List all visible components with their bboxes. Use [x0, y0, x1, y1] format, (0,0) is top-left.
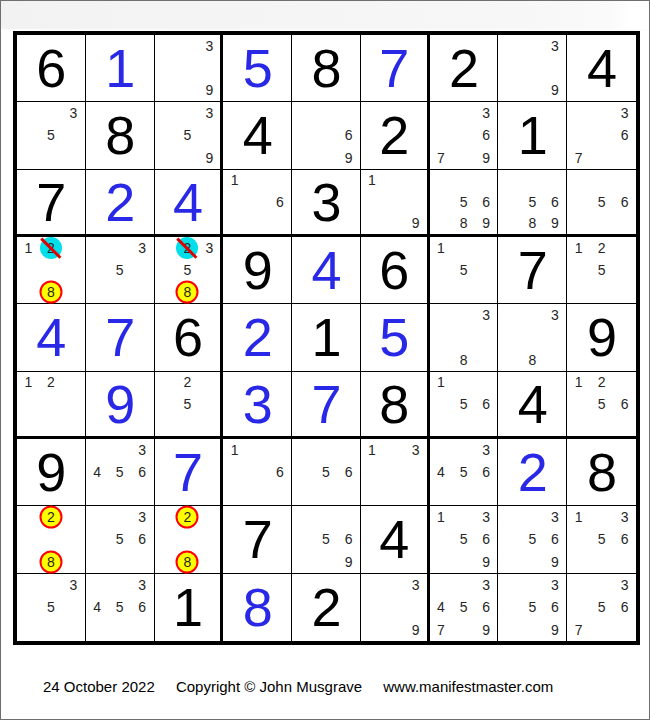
given-digit: 4 — [379, 512, 408, 566]
candidate-9: 9 — [405, 213, 427, 234]
candidate-2: 2 — [590, 237, 613, 259]
given-digit: 8 — [105, 108, 134, 162]
cell-r7c7[interactable]: 3456 — [430, 439, 499, 506]
candidate-3: 3 — [405, 439, 427, 461]
candidate-9: 9 — [337, 551, 360, 573]
cell-r8c8[interactable]: 3569 — [498, 506, 567, 573]
cell-r9c5[interactable]: 2 — [292, 574, 361, 641]
candidate-5: 5 — [176, 259, 198, 281]
footer-website: www.manifestmaster.com — [383, 678, 553, 695]
candidate-3: 3 — [62, 102, 85, 124]
cell-r1c6[interactable]: 7 — [361, 35, 430, 102]
candidate-1: 1 — [430, 372, 453, 393]
candidate-6: 6 — [613, 596, 636, 618]
candidate-5: 5 — [590, 393, 613, 414]
sudoku-board: 6139587239435835946923679136772416319568… — [13, 31, 640, 645]
cell-r8c9[interactable]: 1356 — [567, 506, 636, 573]
cell-r2c1[interactable]: 35 — [17, 102, 86, 169]
cell-r6c7[interactable]: 156 — [430, 372, 499, 439]
footer-date: 24 October 2022 — [43, 678, 155, 695]
candidate-3: 3 — [544, 35, 567, 57]
cell-r2c4[interactable]: 4 — [223, 102, 292, 169]
cell-r9c3[interactable]: 1 — [155, 574, 224, 641]
page: 6139587239435835946923679136772416319568… — [0, 0, 650, 720]
candidate-3: 3 — [131, 574, 154, 596]
candidate-2-highlighted: 2 — [176, 237, 198, 259]
candidate-3: 3 — [198, 35, 220, 57]
candidate-9: 9 — [544, 619, 567, 641]
candidate-5: 5 — [452, 528, 475, 550]
candidate-6: 6 — [475, 528, 498, 550]
given-digit: 3 — [311, 175, 340, 229]
candidate-8-highlighted: 8 — [176, 281, 198, 303]
user-digit: 9 — [105, 377, 134, 431]
cell-r8c2[interactable]: 356 — [86, 506, 155, 573]
candidate-5: 5 — [452, 393, 475, 414]
candidate-5: 5 — [452, 259, 475, 281]
candidate-6: 6 — [613, 191, 636, 212]
cell-r5c8[interactable]: 38 — [498, 304, 567, 371]
candidate-5: 5 — [176, 393, 198, 414]
candidate-3: 3 — [198, 102, 220, 124]
given-digit: 4 — [243, 108, 272, 162]
candidate-1: 1 — [567, 372, 590, 393]
cell-r6c5[interactable]: 7 — [292, 372, 361, 439]
candidate-5: 5 — [521, 528, 544, 550]
cell-r6c3[interactable]: 25 — [155, 372, 224, 439]
candidate-5: 5 — [590, 191, 613, 212]
candidate-3: 3 — [62, 574, 85, 596]
cell-r3c3[interactable]: 4 — [155, 170, 224, 237]
given-digit: 8 — [311, 41, 340, 95]
candidate-9: 9 — [544, 79, 567, 101]
candidate-6: 6 — [544, 528, 567, 550]
user-digit: 7 — [105, 310, 134, 364]
candidate-3: 3 — [131, 439, 154, 461]
cell-r5c5[interactable]: 1 — [292, 304, 361, 371]
cell-r9c4[interactable]: 8 — [223, 574, 292, 641]
candidate-1: 1 — [17, 372, 40, 393]
cell-r4c5[interactable]: 4 — [292, 237, 361, 304]
given-digit: 9 — [587, 310, 616, 364]
cell-r3c2[interactable]: 2 — [86, 170, 155, 237]
cell-r6c8[interactable]: 4 — [498, 372, 567, 439]
given-digit: 7 — [518, 243, 547, 297]
cell-r8c7[interactable]: 13569 — [430, 506, 499, 573]
cell-r8c4[interactable]: 7 — [223, 506, 292, 573]
cell-r5c1[interactable]: 4 — [17, 304, 86, 371]
cell-r5c4[interactable]: 2 — [223, 304, 292, 371]
cell-r9c9[interactable]: 3567 — [567, 574, 636, 641]
cell-r7c9[interactable]: 8 — [567, 439, 636, 506]
cell-r3c6[interactable]: 19 — [361, 170, 430, 237]
candidate-6: 6 — [269, 191, 292, 212]
cell-r4c4[interactable]: 9 — [223, 237, 292, 304]
cell-r9c8[interactable]: 3569 — [498, 574, 567, 641]
candidate-5: 5 — [108, 259, 131, 281]
candidate-3: 3 — [475, 439, 498, 461]
cell-r5c6[interactable]: 5 — [361, 304, 430, 371]
cell-r8c6[interactable]: 4 — [361, 506, 430, 573]
cell-r4c3[interactable]: 2358 — [155, 237, 224, 304]
candidate-8: 8 — [521, 213, 544, 234]
candidate-9: 9 — [544, 551, 567, 573]
candidate-3: 3 — [613, 506, 636, 528]
candidate-3: 3 — [475, 506, 498, 528]
user-digit: 4 — [36, 310, 65, 364]
candidate-9: 9 — [475, 551, 498, 573]
candidate-4: 4 — [86, 596, 109, 618]
candidate-3: 3 — [544, 574, 567, 596]
candidate-8-highlighted: 8 — [40, 281, 63, 303]
cell-r4c9[interactable]: 125 — [567, 237, 636, 304]
candidate-5: 5 — [590, 596, 613, 618]
cell-r7c5[interactable]: 56 — [292, 439, 361, 506]
candidate-1: 1 — [567, 237, 590, 259]
candidate-8-highlighted: 8 — [176, 551, 198, 573]
cell-r9c7[interactable]: 345679 — [430, 574, 499, 641]
candidate-1: 1 — [223, 439, 246, 461]
candidate-9: 9 — [475, 213, 498, 234]
candidate-1: 1 — [430, 237, 453, 259]
user-digit: 3 — [243, 377, 272, 431]
cell-r1c4[interactable]: 5 — [223, 35, 292, 102]
cell-r2c6[interactable]: 2 — [361, 102, 430, 169]
candidate-6: 6 — [131, 461, 154, 483]
given-digit: 6 — [173, 310, 202, 364]
candidate-5: 5 — [452, 596, 475, 618]
cell-r6c4[interactable]: 3 — [223, 372, 292, 439]
candidate-6: 6 — [475, 461, 498, 483]
candidate-1: 1 — [430, 506, 453, 528]
candidate-6: 6 — [544, 596, 567, 618]
candidate-5: 5 — [521, 596, 544, 618]
candidate-5: 5 — [521, 191, 544, 212]
candidate-1: 1 — [361, 170, 383, 191]
given-digit: 4 — [587, 41, 616, 95]
cell-r1c2[interactable]: 1 — [86, 35, 155, 102]
cell-r8c1[interactable]: 28 — [17, 506, 86, 573]
cell-r1c1[interactable]: 6 — [17, 35, 86, 102]
candidate-9: 9 — [475, 147, 498, 169]
cell-r2c9[interactable]: 367 — [567, 102, 636, 169]
candidate-8-highlighted: 8 — [40, 551, 63, 573]
candidate-3: 3 — [544, 506, 567, 528]
cell-r5c7[interactable]: 38 — [430, 304, 499, 371]
cell-r5c9[interactable]: 9 — [567, 304, 636, 371]
given-digit: 7 — [36, 175, 65, 229]
candidate-6: 6 — [337, 528, 360, 550]
cell-r7c3[interactable]: 7 — [155, 439, 224, 506]
candidate-6: 6 — [475, 191, 498, 212]
cell-r4c6[interactable]: 6 — [361, 237, 430, 304]
cell-r1c8[interactable]: 39 — [498, 35, 567, 102]
user-digit: 4 — [311, 243, 340, 297]
cell-r4c7[interactable]: 15 — [430, 237, 499, 304]
candidate-5: 5 — [40, 124, 63, 146]
cell-r3c5[interactable]: 3 — [292, 170, 361, 237]
candidate-1: 1 — [223, 170, 246, 191]
given-digit: 1 — [173, 580, 202, 634]
user-digit: 7 — [173, 445, 202, 499]
candidate-3: 3 — [544, 304, 567, 326]
candidate-6: 6 — [475, 124, 498, 146]
candidate-7: 7 — [567, 619, 590, 641]
candidate-5: 5 — [315, 461, 338, 483]
candidate-6: 6 — [131, 596, 154, 618]
title-bar — [1, 1, 649, 30]
candidate-8: 8 — [452, 213, 475, 234]
candidate-8: 8 — [521, 349, 544, 371]
candidate-5: 5 — [176, 124, 198, 146]
user-digit: 2 — [243, 310, 272, 364]
candidate-6: 6 — [337, 461, 360, 483]
given-digit: 9 — [243, 243, 272, 297]
user-digit: 5 — [379, 310, 408, 364]
candidate-9: 9 — [544, 213, 567, 234]
candidate-5: 5 — [108, 461, 131, 483]
candidate-2-highlighted: 2 — [40, 237, 63, 259]
candidate-3: 3 — [131, 237, 154, 259]
candidate-1: 1 — [361, 439, 383, 461]
cell-r2c3[interactable]: 359 — [155, 102, 224, 169]
given-digit: 2 — [449, 41, 478, 95]
candidate-3: 3 — [475, 304, 498, 326]
candidate-2: 2 — [176, 372, 198, 393]
candidate-9: 9 — [337, 147, 360, 169]
cell-r9c2[interactable]: 3456 — [86, 574, 155, 641]
candidate-4: 4 — [430, 461, 453, 483]
cell-r5c3[interactable]: 6 — [155, 304, 224, 371]
candidate-8: 8 — [452, 349, 475, 371]
candidate-3: 3 — [613, 102, 636, 124]
candidate-2: 2 — [40, 372, 63, 393]
footer-copyright: Copyright © John Musgrave — [176, 678, 362, 695]
candidate-6: 6 — [337, 124, 360, 146]
cell-r4c1[interactable]: 128 — [17, 237, 86, 304]
candidate-6: 6 — [475, 393, 498, 414]
cell-r3c4[interactable]: 16 — [223, 170, 292, 237]
candidate-7: 7 — [430, 147, 453, 169]
candidate-3: 3 — [131, 506, 154, 528]
cell-r9c6[interactable]: 39 — [361, 574, 430, 641]
cell-r1c3[interactable]: 39 — [155, 35, 224, 102]
candidate-6: 6 — [613, 124, 636, 146]
candidate-6: 6 — [613, 393, 636, 414]
cell-r1c9[interactable]: 4 — [567, 35, 636, 102]
cell-r7c1[interactable]: 9 — [17, 439, 86, 506]
user-digit: 4 — [173, 175, 202, 229]
candidate-3: 3 — [475, 102, 498, 124]
candidate-1: 1 — [17, 237, 40, 259]
cell-r3c8[interactable]: 5689 — [498, 170, 567, 237]
candidate-6: 6 — [131, 528, 154, 550]
given-digit: 6 — [36, 41, 65, 95]
candidate-9: 9 — [198, 147, 220, 169]
given-digit: 2 — [379, 108, 408, 162]
cell-r6c2[interactable]: 9 — [86, 372, 155, 439]
user-digit: 7 — [379, 41, 408, 95]
given-digit: 1 — [518, 108, 547, 162]
candidate-9: 9 — [475, 619, 498, 641]
cell-r7c8[interactable]: 2 — [498, 439, 567, 506]
given-digit: 1 — [311, 310, 340, 364]
candidate-3: 3 — [475, 574, 498, 596]
candidate-2-highlighted: 2 — [176, 506, 198, 528]
user-digit: 8 — [243, 580, 272, 634]
cell-r7c2[interactable]: 3456 — [86, 439, 155, 506]
candidate-6: 6 — [613, 528, 636, 550]
cell-r9c1[interactable]: 35 — [17, 574, 86, 641]
candidate-1: 1 — [567, 506, 590, 528]
user-digit: 2 — [105, 175, 134, 229]
cell-r6c9[interactable]: 1256 — [567, 372, 636, 439]
given-digit: 4 — [518, 377, 547, 431]
cell-r8c5[interactable]: 569 — [292, 506, 361, 573]
candidate-5: 5 — [108, 528, 131, 550]
candidate-4: 4 — [86, 461, 109, 483]
user-digit: 1 — [105, 41, 134, 95]
cell-r6c1[interactable]: 12 — [17, 372, 86, 439]
given-digit: 8 — [587, 445, 616, 499]
cell-r3c1[interactable]: 7 — [17, 170, 86, 237]
given-digit: 7 — [243, 512, 272, 566]
cell-r3c7[interactable]: 5689 — [430, 170, 499, 237]
candidate-5: 5 — [40, 596, 63, 618]
candidate-2: 2 — [590, 372, 613, 393]
given-digit: 8 — [379, 377, 408, 431]
cell-r5c2[interactable]: 7 — [86, 304, 155, 371]
cell-r4c2[interactable]: 35 — [86, 237, 155, 304]
footer: 24 October 2022 Copyright © John Musgrav… — [43, 678, 570, 695]
candidate-3: 3 — [198, 237, 220, 259]
given-digit: 2 — [311, 580, 340, 634]
candidate-4: 4 — [430, 596, 453, 618]
cell-r2c2[interactable]: 8 — [86, 102, 155, 169]
cell-r3c9[interactable]: 56 — [567, 170, 636, 237]
candidate-3: 3 — [613, 574, 636, 596]
cell-r8c3[interactable]: 28 — [155, 506, 224, 573]
candidate-3: 3 — [405, 574, 427, 596]
cell-r4c8[interactable]: 7 — [498, 237, 567, 304]
candidate-5: 5 — [452, 461, 475, 483]
given-digit: 9 — [36, 445, 65, 499]
candidate-5: 5 — [590, 528, 613, 550]
cell-r6c6[interactable]: 8 — [361, 372, 430, 439]
cell-r7c6[interactable]: 13 — [361, 439, 430, 506]
candidate-5: 5 — [452, 191, 475, 212]
user-digit: 7 — [311, 377, 340, 431]
candidate-6: 6 — [544, 191, 567, 212]
candidate-7: 7 — [567, 147, 590, 169]
candidate-5: 5 — [590, 259, 613, 281]
user-digit: 5 — [243, 41, 272, 95]
candidate-5: 5 — [315, 528, 338, 550]
cell-r1c7[interactable]: 2 — [430, 35, 499, 102]
candidate-6: 6 — [475, 596, 498, 618]
candidate-9: 9 — [198, 79, 220, 101]
candidate-6: 6 — [269, 461, 292, 483]
candidate-7: 7 — [430, 619, 453, 641]
cell-r2c7[interactable]: 3679 — [430, 102, 499, 169]
candidate-5: 5 — [108, 596, 131, 618]
candidate-2-highlighted: 2 — [40, 506, 63, 528]
user-digit: 2 — [518, 445, 547, 499]
cell-r2c5[interactable]: 69 — [292, 102, 361, 169]
cell-r1c5[interactable]: 8 — [292, 35, 361, 102]
cell-r7c4[interactable]: 16 — [223, 439, 292, 506]
given-digit: 6 — [379, 243, 408, 297]
cell-r2c8[interactable]: 1 — [498, 102, 567, 169]
candidate-9: 9 — [405, 619, 427, 641]
